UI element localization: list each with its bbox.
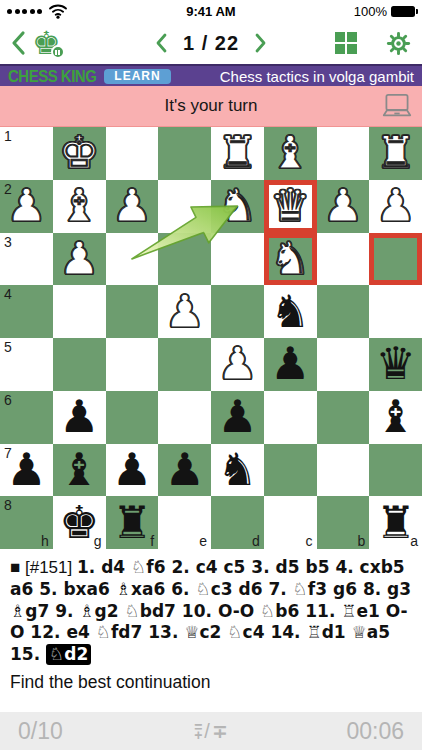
square-d3[interactable] [211,233,264,286]
square-d6[interactable]: ♟ [211,391,264,444]
rank-label-5: 5 [4,339,12,355]
brand-name: CHESS KING [8,67,96,85]
file-label-a: a [410,533,418,549]
white-rook-a1: ♜ [369,127,422,180]
white-pawn-a2: ♟ [369,180,422,233]
square-a3[interactable] [369,233,422,286]
square-a8[interactable]: a♜ [369,496,422,549]
square-d2[interactable]: ♞ [211,180,264,233]
black-bishop-a6: ♝ [369,391,422,444]
square-e5[interactable] [158,338,211,391]
square-c4[interactable]: ♞ [264,285,317,338]
square-a2[interactable]: ♟ [369,180,422,233]
board-grid: 1♚♜♝♜2♟♝♟♞♛♟♟3♟♞4♟♞5♟♟♛6♟♟♝7♟♝♟♟♞8hg♚f♜e… [0,127,422,549]
white-knight-d2: ♞ [211,180,264,233]
eval-slash: / [204,720,210,743]
rank-label-7: 7 [4,445,12,461]
square-f2[interactable]: ♟ [106,180,159,233]
square-f6[interactable] [106,391,159,444]
square-f8[interactable]: f♜ [106,496,159,549]
square-h4[interactable]: 4 [0,285,53,338]
white-pawn-f2: ♟ [106,180,159,233]
puzzle-header: ■ [#151] [10,558,72,577]
file-label-g: g [94,533,102,549]
square-a7[interactable] [369,444,422,497]
square-f5[interactable] [106,338,159,391]
file-label-b: b [357,533,365,549]
square-e3[interactable] [158,233,211,286]
square-c2[interactable]: ♛ [264,180,317,233]
square-g5[interactable] [53,338,106,391]
file-label-e: e [199,533,207,549]
course-title: Chess tactics in volga gambit [220,68,414,85]
square-c8[interactable]: c [264,496,317,549]
square-a6[interactable]: ♝ [369,391,422,444]
black-pawn-d6: ♟ [211,391,264,444]
eval-indicator[interactable]: = + / ∓ [0,720,422,743]
computer-icon[interactable] [382,93,412,119]
square-h3[interactable]: 3 [0,233,53,286]
learn-badge: LEARN [104,69,170,84]
square-f3[interactable] [106,233,159,286]
square-b4[interactable] [317,285,370,338]
square-c1[interactable]: ♝ [264,127,317,180]
black-queen-a5: ♛ [369,338,422,391]
white-pawn-e4: ♟ [158,285,211,338]
square-g4[interactable] [53,285,106,338]
prev-puzzle-button[interactable] [155,33,167,53]
eval-minus-plus-icon: ∓ [212,720,228,742]
square-f1[interactable] [106,127,159,180]
task-prompt: Find the best continuation [0,666,422,693]
square-h2[interactable]: 2♟ [0,180,53,233]
black-pawn-f7: ♟ [106,444,159,497]
square-h5[interactable]: 5 [0,338,53,391]
move-list: ■ [#151] 1. d4 ♘f6 2. c4 c5 3. d5 b5 4. … [0,549,422,666]
black-knight-d7: ♞ [211,444,264,497]
square-b1[interactable] [317,127,370,180]
square-a5[interactable]: ♛ [369,338,422,391]
nav-bar: ♚ 1 / 22 [0,22,422,64]
white-pawn-d5: ♟ [211,338,264,391]
black-pawn-e7: ♟ [158,444,211,497]
white-queen-c2: ♛ [264,180,317,233]
chess-board: 1♚♜♝♜2♟♝♟♞♛♟♟3♟♞4♟♞5♟♟♛6♟♟♝7♟♝♟♟♞8hg♚f♜e… [0,127,422,549]
black-pawn-g6: ♟ [53,391,106,444]
square-e1[interactable] [158,127,211,180]
white-pawn-g3: ♟ [53,233,106,286]
square-g6[interactable]: ♟ [53,391,106,444]
square-e2[interactable] [158,180,211,233]
file-label-f: f [150,533,154,549]
square-b7[interactable] [317,444,370,497]
puzzle-counter: 1 / 22 [183,32,239,55]
white-bishop-g2: ♝ [53,180,106,233]
square-h8[interactable]: 8h [0,496,53,549]
square-d1[interactable]: ♜ [211,127,264,180]
square-c5[interactable]: ♟ [264,338,317,391]
rank-label-1: 1 [4,128,12,144]
file-label-d: d [252,533,260,549]
file-label-c: c [306,533,313,549]
square-g2[interactable]: ♝ [53,180,106,233]
square-c6[interactable] [264,391,317,444]
square-g7[interactable]: ♝ [53,444,106,497]
battery-percent: 100% [354,4,387,19]
square-d4[interactable] [211,285,264,338]
bottom-bar: 0/10 = + / ∓ 00:06 [0,712,422,750]
square-a4[interactable] [369,285,422,338]
rank-label-2: 2 [4,181,12,197]
last-move-highlight[interactable]: ♘d2 [46,644,91,665]
white-king-g1: ♚ [53,127,106,180]
square-a1[interactable]: ♜ [369,127,422,180]
settings-gear-button[interactable] [385,30,412,57]
app-window: 9:41 AM 100% ♚ 1 / 22 [0,0,422,750]
square-h7[interactable]: 7♟ [0,444,53,497]
square-d7[interactable]: ♞ [211,444,264,497]
square-f4[interactable] [106,285,159,338]
turn-banner: It's your turn [0,86,422,127]
square-b2[interactable]: ♟ [317,180,370,233]
white-knight-c3: ♞ [264,233,317,286]
rank-label-4: 4 [4,286,12,302]
square-b6[interactable] [317,391,370,444]
rank-label-3: 3 [4,234,12,250]
white-rook-d1: ♜ [211,127,264,180]
white-bishop-c1: ♝ [264,127,317,180]
black-bishop-g7: ♝ [53,444,106,497]
square-e4[interactable]: ♟ [158,285,211,338]
eval-equal-plus-icon: = + [194,723,202,739]
square-e8[interactable]: e [158,496,211,549]
square-c3[interactable]: ♞ [264,233,317,286]
status-bar: 9:41 AM 100% [0,0,422,22]
square-b3[interactable] [317,233,370,286]
file-label-h: h [41,533,49,549]
square-g1[interactable]: ♚ [53,127,106,180]
rank-label-6: 6 [4,392,12,408]
square-c7[interactable] [264,444,317,497]
square-b8[interactable]: b [317,496,370,549]
square-h6[interactable]: 6 [0,391,53,444]
white-pawn-b2: ♟ [317,180,370,233]
square-g8[interactable]: g♚ [53,496,106,549]
square-h1[interactable]: 1 [0,127,53,180]
square-b5[interactable] [317,338,370,391]
square-e6[interactable] [158,391,211,444]
black-knight-c4: ♞ [264,285,317,338]
square-g3[interactable]: ♟ [53,233,106,286]
square-d5[interactable]: ♟ [211,338,264,391]
turn-banner-text: It's your turn [164,96,257,116]
black-pawn-c5: ♟ [264,338,317,391]
square-d8[interactable]: d [211,496,264,549]
next-puzzle-button[interactable] [255,33,267,53]
battery-icon [391,6,415,17]
rank-label-8: 8 [4,497,12,513]
puzzle-list-button[interactable] [335,32,358,55]
square-f7[interactable]: ♟ [106,444,159,497]
brand-bar: CHESS KING LEARN Chess tactics in volga … [0,64,422,86]
square-e7[interactable]: ♟ [158,444,211,497]
